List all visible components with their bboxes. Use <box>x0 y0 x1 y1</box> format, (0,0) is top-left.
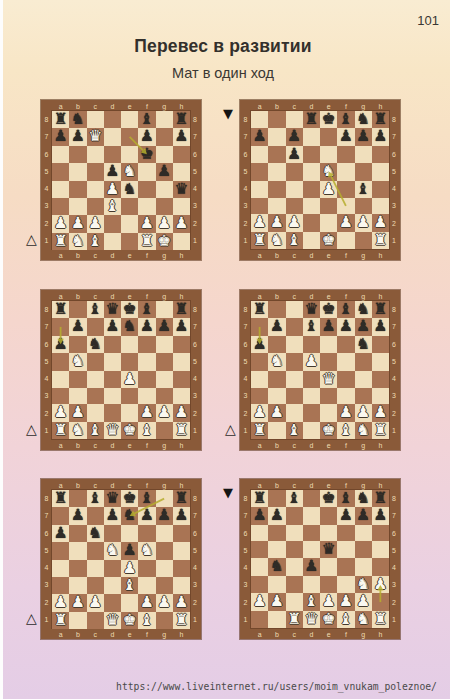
black-knight-g8: ♞ <box>355 490 372 507</box>
file-label-g: g <box>358 293 368 300</box>
square-b2: ♟ <box>268 593 285 610</box>
white-king-e1: ♚ <box>320 422 337 439</box>
white-bishop-f1: ♝ <box>337 611 354 628</box>
square-d7: ♟ <box>104 318 121 335</box>
rank-label-6: 6 <box>389 530 399 537</box>
rank-label-2: 2 <box>42 410 52 417</box>
rank-label-4: 4 <box>42 375 52 382</box>
square-d3: ♝ <box>104 198 121 215</box>
square-c3 <box>286 198 303 214</box>
square-h3: ♟ <box>372 576 389 593</box>
square-b2: ♟ <box>69 594 86 611</box>
square-d6 <box>303 525 320 541</box>
file-label-h: h <box>176 482 186 489</box>
rank-label-7: 7 <box>190 323 200 330</box>
square-f3 <box>138 388 155 404</box>
square-g3 <box>355 198 372 214</box>
square-e7 <box>320 507 337 524</box>
square-f5 <box>138 353 155 370</box>
file-label-f: f <box>341 482 351 489</box>
file-label-b: b <box>272 103 282 110</box>
file-label-d: d <box>107 442 117 449</box>
square-e1 <box>121 233 138 250</box>
square-h8: ♜ <box>372 111 389 128</box>
rank-label-2: 2 <box>241 599 251 606</box>
square-h4: ♛ <box>173 181 190 198</box>
square-e2 <box>320 404 337 421</box>
black-pawn-d7: ♟ <box>104 318 121 335</box>
square-d4: ♟ <box>104 181 121 198</box>
file-label-g: g <box>159 442 169 449</box>
rank-label-4: 4 <box>42 564 52 571</box>
black-pawn-f7: ♟ <box>337 128 354 145</box>
square-a4 <box>251 558 268 575</box>
square-c4 <box>87 371 104 388</box>
square-g5 <box>355 353 372 370</box>
file-label-a: a <box>56 103 66 110</box>
file-label-d: d <box>306 103 316 110</box>
white-knight-b1: ♞ <box>69 422 86 439</box>
square-a1: ♜ <box>251 232 268 249</box>
board-squares: ♜♚♝♞♜♟♟♟♟♟♟♞♟♝♟♟♟♟♟♟♜♞♝♚♜ <box>251 111 389 249</box>
black-pawn-g7: ♟ <box>156 507 173 524</box>
square-d5 <box>104 353 121 370</box>
black-pawn-a7: ♟ <box>251 507 268 524</box>
file-label-a: a <box>255 293 265 300</box>
white-bishop-c1: ♝ <box>87 422 104 439</box>
black-pawn-d7: ♟ <box>104 507 121 524</box>
white-pawn-f2: ♟ <box>337 214 354 231</box>
file-label-b: b <box>272 482 282 489</box>
square-d4 <box>104 371 121 388</box>
board-squares: ♜♛♚♝♞♜♟♝♟♟♟♟♟♞♞♟♛♟♟♟♟♟♜♝♚♝♞♜ <box>251 301 389 439</box>
white-to-move-marker: △ <box>225 422 236 436</box>
rank-label-6: 6 <box>190 151 200 158</box>
square-c1 <box>87 612 104 629</box>
rank-label-7: 7 <box>190 133 200 140</box>
square-f5: ♞ <box>138 542 155 559</box>
square-g1 <box>156 612 173 629</box>
rank-label-5: 5 <box>42 358 52 365</box>
rank-label-2: 2 <box>42 599 52 606</box>
black-pawn-c6: ♟ <box>286 146 303 163</box>
black-pawn-d4: ♟ <box>303 558 320 575</box>
black-pawn-b7: ♟ <box>268 507 285 524</box>
square-b7 <box>268 128 285 145</box>
file-label-f: f <box>142 482 152 489</box>
square-b6 <box>268 336 285 353</box>
file-label-a: a <box>56 252 66 259</box>
rank-label-1: 1 <box>42 427 52 434</box>
square-d1 <box>303 422 320 439</box>
white-bishop-f1: ♝ <box>337 422 354 439</box>
file-label-g: g <box>358 631 368 638</box>
rank-label-5: 5 <box>42 547 52 554</box>
file-label-a: a <box>255 103 265 110</box>
chess-board-3: △aabbccddeeffgghh8877665544332211♜♝♛♚♝♜♟… <box>41 290 201 450</box>
square-d5 <box>303 541 320 558</box>
square-f3 <box>138 577 155 594</box>
square-g3 <box>156 577 173 594</box>
rank-label-3: 3 <box>42 581 52 588</box>
square-h4 <box>372 181 389 198</box>
file-label-c: c <box>289 293 299 300</box>
square-e1: ♚ <box>121 612 138 629</box>
white-knight-f5: ♞ <box>138 542 155 559</box>
square-c4 <box>286 181 303 198</box>
square-e4 <box>320 558 337 575</box>
square-d4: ♟ <box>303 558 320 575</box>
square-c6: ♞ <box>87 525 104 542</box>
white-pawn-f2: ♟ <box>138 594 155 611</box>
square-c8 <box>286 301 303 318</box>
square-h3 <box>173 577 190 594</box>
square-e2: ♟ <box>320 593 337 610</box>
square-c8: ♝ <box>286 490 303 507</box>
black-king-f6: ♚ <box>138 146 155 163</box>
square-c1: ♝ <box>87 233 104 250</box>
square-e7: ♟ <box>320 318 337 335</box>
rank-label-3: 3 <box>389 202 399 209</box>
rank-label-5: 5 <box>190 547 200 554</box>
square-a3 <box>52 198 69 215</box>
board-squares: ♜♝♛♚♝♜♟♟♞♟♟♟♟♞♞♟♟♟♟♟♟♜♞♝♛♚♝♜ <box>52 301 190 439</box>
white-bishop-c1: ♝ <box>286 232 303 249</box>
square-b3 <box>268 576 285 593</box>
square-e6 <box>121 525 138 542</box>
white-rook-a1: ♜ <box>251 232 268 249</box>
file-label-b: b <box>73 442 83 449</box>
square-a8: ♜ <box>251 490 268 507</box>
square-f5 <box>138 163 155 180</box>
rank-label-1: 1 <box>190 616 200 623</box>
black-to-move-marker: ▼ <box>223 107 233 120</box>
file-label-b: b <box>73 103 83 110</box>
square-e2 <box>320 214 337 231</box>
square-e5 <box>320 353 337 370</box>
square-d5 <box>303 163 320 180</box>
black-pawn-h7: ♟ <box>372 128 389 145</box>
square-c5 <box>286 163 303 180</box>
square-g2: ♟ <box>156 215 173 232</box>
square-h7: ♟ <box>173 318 190 335</box>
square-b1: ♞ <box>69 422 86 439</box>
white-pawn-g2: ♟ <box>355 404 372 421</box>
square-d2 <box>104 215 121 232</box>
square-c1: ♝ <box>286 232 303 249</box>
square-e3 <box>320 388 337 404</box>
square-h4 <box>372 558 389 575</box>
square-b5 <box>268 163 285 180</box>
square-b6 <box>69 336 86 353</box>
square-a3 <box>251 388 268 404</box>
black-knight-e7: ♞ <box>121 318 138 335</box>
file-label-d: d <box>107 293 117 300</box>
black-pawn-b7: ♟ <box>69 318 86 335</box>
black-rook-a8: ♜ <box>251 301 268 318</box>
square-e3 <box>320 198 337 214</box>
square-a8: ♜ <box>52 301 69 318</box>
file-label-f: f <box>341 631 351 638</box>
square-c2 <box>286 404 303 421</box>
black-pawn-a6: ♟ <box>52 336 69 353</box>
black-bishop-f8: ♝ <box>138 490 155 507</box>
square-g7: ♟ <box>156 318 173 335</box>
white-king-e1: ♚ <box>121 422 138 439</box>
square-g8 <box>156 111 173 128</box>
white-pawn-h2: ♟ <box>372 214 389 231</box>
square-g3 <box>355 388 372 404</box>
rank-label-2: 2 <box>241 220 251 227</box>
square-d3 <box>303 198 320 214</box>
square-f6 <box>337 146 354 163</box>
white-pawn-b2: ♟ <box>268 214 285 231</box>
square-d6 <box>104 336 121 353</box>
chess-board-4: △aabbccddeeffgghh8877665544332211♜♛♚♝♞♜♟… <box>240 290 400 450</box>
white-pawn-f2: ♟ <box>138 215 155 232</box>
rank-label-4: 4 <box>389 185 399 192</box>
file-label-h: h <box>375 103 385 110</box>
file-label-c: c <box>289 631 299 638</box>
square-a5 <box>52 542 69 559</box>
square-a2: ♟ <box>52 215 69 232</box>
file-label-g: g <box>159 252 169 259</box>
file-label-a: a <box>56 293 66 300</box>
white-pawn-a2: ♟ <box>52 215 69 232</box>
rank-label-8: 8 <box>241 306 251 313</box>
chess-board-6: ▼aabbccddeeffgghh8877665544332211♜♝♚♝♞♜♟… <box>240 479 400 639</box>
square-c4 <box>286 371 303 388</box>
square-e8: ♚ <box>121 490 138 507</box>
rank-label-7: 7 <box>42 323 52 330</box>
square-b4: ♞ <box>268 558 285 575</box>
black-knight-g6: ♞ <box>355 336 372 353</box>
rank-label-7: 7 <box>42 512 52 519</box>
square-b7: ♟ <box>268 507 285 524</box>
square-g8 <box>156 490 173 507</box>
square-d3 <box>303 388 320 404</box>
square-d2: ♝ <box>303 593 320 610</box>
square-f2: ♟ <box>337 593 354 610</box>
rank-label-4: 4 <box>190 185 200 192</box>
square-e7 <box>320 128 337 145</box>
file-label-b: b <box>73 252 83 259</box>
white-pawn-b2: ♟ <box>268 593 285 610</box>
square-b8 <box>69 301 86 318</box>
black-king-e8: ♚ <box>320 111 337 128</box>
square-a5 <box>251 163 268 180</box>
square-c4 <box>87 181 104 198</box>
square-f1 <box>337 232 354 249</box>
rank-label-2: 2 <box>190 599 200 606</box>
file-label-d: d <box>107 103 117 110</box>
square-f1: ♝ <box>138 422 155 439</box>
board-squares: ♜♞♝♜♟♟♛♟♟♚♟♞♟♟♞♛♝♟♟♟♟♟♟♜♞♝♜♚ <box>52 111 190 249</box>
black-queen-d8: ♛ <box>104 490 121 507</box>
square-b7: ♟ <box>69 507 86 524</box>
white-pawn-g2: ♟ <box>355 214 372 231</box>
rank-label-8: 8 <box>389 306 399 313</box>
square-f5 <box>337 163 354 180</box>
square-f8: ♝ <box>138 301 155 318</box>
file-label-f: f <box>341 252 351 259</box>
file-label-b: b <box>272 252 282 259</box>
file-label-e: e <box>324 631 334 638</box>
square-g4 <box>156 560 173 577</box>
white-knight-b1: ♞ <box>268 232 285 249</box>
square-c7 <box>286 507 303 524</box>
square-c7 <box>286 318 303 335</box>
square-b5: ♞ <box>69 353 86 370</box>
file-label-f: f <box>341 103 351 110</box>
white-pawn-h3: ♟ <box>372 576 389 593</box>
square-c1: ♝ <box>286 422 303 439</box>
white-queen-d1: ♛ <box>104 422 121 439</box>
rank-label-4: 4 <box>389 564 399 571</box>
file-label-h: h <box>375 631 385 638</box>
black-pawn-b7: ♟ <box>69 128 86 145</box>
rank-label-7: 7 <box>190 512 200 519</box>
rank-label-8: 8 <box>42 495 52 502</box>
square-e8: ♚ <box>320 490 337 507</box>
square-b8: ♞ <box>69 111 86 128</box>
square-e1: ♚ <box>320 422 337 439</box>
square-d2 <box>104 594 121 611</box>
file-label-d: d <box>306 293 316 300</box>
file-label-c: c <box>90 631 100 638</box>
square-d2 <box>303 404 320 421</box>
black-pawn-c7: ♟ <box>286 128 303 145</box>
square-d5: ♟ <box>303 353 320 370</box>
black-knight-e7: ♞ <box>121 507 138 524</box>
white-knight-b5: ♞ <box>69 353 86 370</box>
square-c5 <box>87 163 104 180</box>
black-king-e8: ♚ <box>320 490 337 507</box>
square-f8: ♝ <box>337 490 354 507</box>
square-c2: ♟ <box>87 215 104 232</box>
square-h3 <box>173 388 190 404</box>
black-rook-h8: ♜ <box>372 490 389 507</box>
black-knight-c6: ♞ <box>87 525 104 542</box>
white-bishop-d3: ♝ <box>104 198 121 215</box>
file-label-c: c <box>90 442 100 449</box>
square-f5 <box>337 353 354 370</box>
square-a7 <box>52 318 69 335</box>
rank-label-7: 7 <box>241 323 251 330</box>
square-c3 <box>286 576 303 593</box>
square-d8 <box>303 490 320 507</box>
square-a5 <box>251 541 268 558</box>
black-rook-a8: ♜ <box>52 490 69 507</box>
rank-label-3: 3 <box>42 202 52 209</box>
square-h1: ♜ <box>173 422 190 439</box>
rank-label-2: 2 <box>389 599 399 606</box>
square-g8: ♞ <box>355 490 372 507</box>
square-e7: ♞ <box>121 507 138 524</box>
square-g2: ♟ <box>156 404 173 421</box>
square-d3 <box>303 576 320 593</box>
square-d5: ♞ <box>104 542 121 559</box>
square-g8 <box>156 301 173 318</box>
square-h1: ♜ <box>372 611 389 628</box>
square-b3 <box>268 388 285 404</box>
rank-label-1: 1 <box>389 427 399 434</box>
black-rook-h8: ♜ <box>372 111 389 128</box>
square-a5 <box>52 163 69 180</box>
square-h7: ♟ <box>173 128 190 145</box>
rank-label-4: 4 <box>42 185 52 192</box>
rank-label-4: 4 <box>190 564 200 571</box>
square-a1: ♜ <box>52 233 69 250</box>
square-b1 <box>69 612 86 629</box>
rank-label-3: 3 <box>241 202 251 209</box>
square-f4 <box>337 181 354 198</box>
rank-label-6: 6 <box>389 341 399 348</box>
file-label-e: e <box>125 252 135 259</box>
square-f6 <box>138 336 155 353</box>
square-d8: ♛ <box>303 301 320 318</box>
rank-label-4: 4 <box>241 564 251 571</box>
black-pawn-h7: ♟ <box>173 507 190 524</box>
square-c3 <box>286 388 303 404</box>
square-f6 <box>337 525 354 541</box>
square-g7: ♟ <box>355 128 372 145</box>
square-a3 <box>52 388 69 404</box>
square-a3 <box>251 576 268 593</box>
black-knight-c6: ♞ <box>87 336 104 353</box>
square-h1: ♜ <box>173 612 190 629</box>
black-pawn-a7: ♟ <box>52 128 69 145</box>
rank-label-5: 5 <box>190 168 200 175</box>
rank-label-2: 2 <box>389 410 399 417</box>
black-knight-e4: ♞ <box>121 181 138 198</box>
square-f3 <box>138 198 155 215</box>
file-label-a: a <box>255 442 265 449</box>
square-h2: ♟ <box>173 594 190 611</box>
black-to-move-marker: ▼ <box>223 486 233 499</box>
board-frame: aabbccddeeffgghh8877665544332211♜♝♛♚♝♜♟♟… <box>41 479 201 639</box>
rank-label-8: 8 <box>241 495 251 502</box>
file-label-c: c <box>289 103 299 110</box>
square-f1: ♜ <box>138 233 155 250</box>
file-label-c: c <box>289 442 299 449</box>
square-d1: ♛ <box>303 611 320 628</box>
file-label-f: f <box>142 631 152 638</box>
white-bishop-c1: ♝ <box>87 233 104 250</box>
square-b2: ♟ <box>69 404 86 421</box>
square-f6 <box>138 525 155 542</box>
square-d6 <box>303 336 320 353</box>
square-f4 <box>337 558 354 575</box>
square-g4 <box>156 371 173 388</box>
black-pawn-d5: ♟ <box>104 163 121 180</box>
white-queen-d1: ♛ <box>104 612 121 629</box>
square-e2 <box>121 404 138 421</box>
square-f7: ♟ <box>138 507 155 524</box>
square-h2: ♟ <box>372 214 389 231</box>
square-g7: ♟ <box>355 507 372 524</box>
square-e5: ♞ <box>320 163 337 180</box>
white-pawn-e4: ♟ <box>320 181 337 198</box>
square-c6 <box>87 146 104 163</box>
square-d8: ♛ <box>104 301 121 318</box>
square-g5 <box>156 353 173 370</box>
rank-label-7: 7 <box>241 512 251 519</box>
square-d8 <box>104 111 121 128</box>
square-g1: ♞ <box>355 422 372 439</box>
square-b3 <box>268 198 285 214</box>
square-h5 <box>372 541 389 558</box>
